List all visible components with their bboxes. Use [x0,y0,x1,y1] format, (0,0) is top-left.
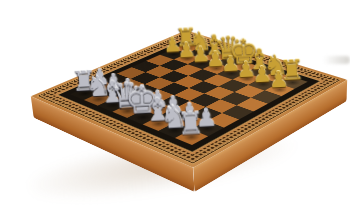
square-g6 [234,85,264,98]
chess-set-product-photo: ♜♞♝♛♚♝♞♜♟♟♟♟♟♟♟♟♟♟♟♟♟♟♟♟♜♞♝♛♚♝♞♜ [0,0,350,208]
background-streak [323,56,350,64]
square-h1: ♜ [175,129,208,145]
piece-black-pawn: ♟ [268,69,289,90]
piece-white-rook: ♜ [176,110,204,139]
